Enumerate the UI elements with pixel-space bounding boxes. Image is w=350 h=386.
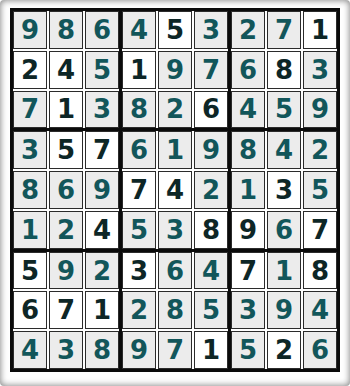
cell-r1c7[interactable]: 2	[231, 11, 265, 49]
cell-r5c3[interactable]: 9	[85, 171, 119, 209]
cell-r4c6[interactable]: 9	[194, 131, 228, 169]
cell-r1c3[interactable]: 6	[85, 11, 119, 49]
cell-r1c1[interactable]: 9	[13, 11, 47, 49]
cell-r4c4[interactable]: 6	[122, 131, 156, 169]
cell-r7c2[interactable]: 9	[49, 252, 83, 290]
cell-r9c3[interactable]: 8	[85, 331, 119, 369]
box-1-2: 453197826	[122, 11, 228, 128]
cell-r7c6[interactable]: 4	[194, 252, 228, 290]
cell-r4c7[interactable]: 8	[231, 131, 265, 169]
cell-r8c9[interactable]: 4	[303, 291, 337, 329]
cell-r3c2[interactable]: 1	[49, 91, 83, 129]
cell-r9c6[interactable]: 1	[194, 331, 228, 369]
cell-r6c7[interactable]: 9	[231, 211, 265, 249]
cell-r5c5[interactable]: 4	[158, 171, 192, 209]
cell-r8c7[interactable]: 3	[231, 291, 265, 329]
cell-r3c4[interactable]: 8	[122, 91, 156, 129]
box-2-3: 842135967	[231, 131, 337, 248]
cell-r1c6[interactable]: 3	[194, 11, 228, 49]
cell-r7c3[interactable]: 2	[85, 252, 119, 290]
cell-r6c9[interactable]: 7	[303, 211, 337, 249]
cell-r1c4[interactable]: 4	[122, 11, 156, 49]
cell-r3c3[interactable]: 3	[85, 91, 119, 129]
cell-r5c4[interactable]: 7	[122, 171, 156, 209]
cell-r5c8[interactable]: 3	[267, 171, 301, 209]
box-3-3: 718394526	[231, 252, 337, 369]
cell-r4c1[interactable]: 3	[13, 131, 47, 169]
cell-r1c2[interactable]: 8	[49, 11, 83, 49]
cell-r8c2[interactable]: 7	[49, 291, 83, 329]
cell-r3c5[interactable]: 2	[158, 91, 192, 129]
sudoku-board: 9862457134531978262716834593578691246197…	[10, 8, 340, 372]
cell-r8c3[interactable]: 1	[85, 291, 119, 329]
cell-r9c7[interactable]: 5	[231, 331, 265, 369]
cell-r7c5[interactable]: 6	[158, 252, 192, 290]
cell-r8c5[interactable]: 8	[158, 291, 192, 329]
cell-r9c2[interactable]: 3	[49, 331, 83, 369]
cell-r4c5[interactable]: 1	[158, 131, 192, 169]
cell-r6c5[interactable]: 3	[158, 211, 192, 249]
cell-r7c9[interactable]: 8	[303, 252, 337, 290]
cell-r2c4[interactable]: 1	[122, 51, 156, 89]
cell-r3c9[interactable]: 9	[303, 91, 337, 129]
cell-r2c3[interactable]: 5	[85, 51, 119, 89]
cell-r7c7[interactable]: 7	[231, 252, 265, 290]
box-3-1: 592671438	[13, 252, 119, 369]
cell-r4c9[interactable]: 2	[303, 131, 337, 169]
cell-r5c2[interactable]: 6	[49, 171, 83, 209]
box-3-2: 364285971	[122, 252, 228, 369]
cell-r5c9[interactable]: 5	[303, 171, 337, 209]
cell-r6c4[interactable]: 5	[122, 211, 156, 249]
cell-r2c6[interactable]: 7	[194, 51, 228, 89]
sudoku-app: 9862457134531978262716834593578691246197…	[0, 0, 350, 386]
cell-r8c4[interactable]: 2	[122, 291, 156, 329]
box-2-2: 619742538	[122, 131, 228, 248]
cell-r2c5[interactable]: 9	[158, 51, 192, 89]
cell-r2c1[interactable]: 2	[13, 51, 47, 89]
cell-r9c9[interactable]: 6	[303, 331, 337, 369]
cell-r5c6[interactable]: 2	[194, 171, 228, 209]
cell-r8c8[interactable]: 9	[267, 291, 301, 329]
cell-r1c5[interactable]: 5	[158, 11, 192, 49]
cell-r5c7[interactable]: 1	[231, 171, 265, 209]
cell-r1c8[interactable]: 7	[267, 11, 301, 49]
cell-r4c3[interactable]: 7	[85, 131, 119, 169]
cell-r1c9[interactable]: 1	[303, 11, 337, 49]
cell-r2c2[interactable]: 4	[49, 51, 83, 89]
cell-r6c1[interactable]: 1	[13, 211, 47, 249]
cell-r9c1[interactable]: 4	[13, 331, 47, 369]
cell-r2c7[interactable]: 6	[231, 51, 265, 89]
box-1-3: 271683459	[231, 11, 337, 128]
cell-r3c1[interactable]: 7	[13, 91, 47, 129]
cell-r6c2[interactable]: 2	[49, 211, 83, 249]
box-1-1: 986245713	[13, 11, 119, 128]
cell-r7c4[interactable]: 3	[122, 252, 156, 290]
cell-r6c6[interactable]: 8	[194, 211, 228, 249]
cell-r5c1[interactable]: 8	[13, 171, 47, 209]
cell-r3c6[interactable]: 6	[194, 91, 228, 129]
box-2-1: 357869124	[13, 131, 119, 248]
cell-r9c5[interactable]: 7	[158, 331, 192, 369]
cell-r7c8[interactable]: 1	[267, 252, 301, 290]
cell-r2c9[interactable]: 3	[303, 51, 337, 89]
cell-r4c8[interactable]: 4	[267, 131, 301, 169]
cell-r9c4[interactable]: 9	[122, 331, 156, 369]
cell-r7c1[interactable]: 5	[13, 252, 47, 290]
cell-r6c3[interactable]: 4	[85, 211, 119, 249]
cell-r9c8[interactable]: 2	[267, 331, 301, 369]
cell-r3c7[interactable]: 4	[231, 91, 265, 129]
cell-r4c2[interactable]: 5	[49, 131, 83, 169]
cell-r8c1[interactable]: 6	[13, 291, 47, 329]
cell-r6c8[interactable]: 6	[267, 211, 301, 249]
cell-r2c8[interactable]: 8	[267, 51, 301, 89]
cell-r8c6[interactable]: 5	[194, 291, 228, 329]
cell-r3c8[interactable]: 5	[267, 91, 301, 129]
